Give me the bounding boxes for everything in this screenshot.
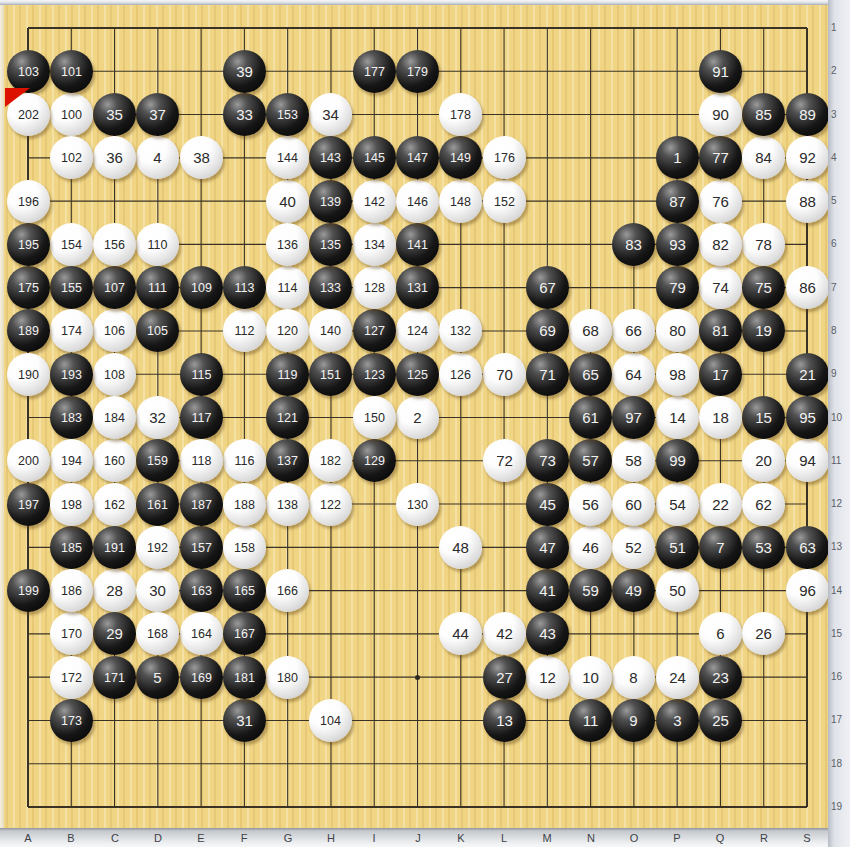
move-number: 161 [147, 498, 168, 512]
stone-white[interactable]: 40 [266, 180, 309, 223]
stone-black[interactable]: 61 [569, 396, 612, 439]
row-label: 14 [831, 585, 849, 597]
stone-black[interactable]: 135 [309, 223, 352, 266]
move-number: 81 [712, 322, 729, 339]
stone-white[interactable]: 38 [180, 136, 223, 179]
move-number: 122 [320, 498, 341, 512]
stone-black[interactable]: 183 [50, 396, 93, 439]
move-number: 174 [61, 324, 82, 338]
stone-black[interactable]: 35 [93, 93, 136, 136]
stone-black[interactable]: 147 [396, 136, 439, 179]
move-number: 43 [539, 625, 556, 642]
stone-black[interactable]: 109 [180, 266, 223, 309]
stone-white[interactable]: 144 [266, 136, 309, 179]
move-number: 51 [669, 539, 686, 556]
stone-black[interactable]: 105 [136, 309, 179, 352]
stone-white[interactable]: 98 [656, 353, 699, 396]
stone-black[interactable]: 7 [699, 526, 742, 569]
stone-black[interactable]: 171 [93, 656, 136, 699]
stone-black[interactable]: 41 [526, 569, 569, 612]
column-label: R [754, 830, 774, 846]
move-number: 167 [234, 627, 255, 641]
stone-black[interactable]: 131 [396, 266, 439, 309]
move-number: 112 [235, 324, 255, 338]
stone-white[interactable]: 60 [612, 483, 655, 526]
stone-black[interactable]: 93 [656, 223, 699, 266]
stone-white[interactable]: 122 [309, 483, 352, 526]
stone-black[interactable]: 81 [699, 309, 742, 352]
stone-white[interactable]: 44 [439, 612, 482, 655]
stone-white[interactable]: 142 [353, 180, 396, 223]
stone-white[interactable]: 58 [612, 439, 655, 482]
move-number: 149 [450, 151, 471, 165]
stone-black[interactable]: 173 [50, 699, 93, 742]
move-number: 10 [582, 669, 599, 686]
stone-black[interactable]: 193 [50, 353, 93, 396]
move-number: 95 [799, 409, 816, 426]
stone-white[interactable]: 22 [699, 483, 742, 526]
stone-white[interactable]: 200 [7, 439, 50, 482]
move-number: 163 [191, 584, 212, 598]
stone-white[interactable]: 12 [526, 656, 569, 699]
stone-white[interactable]: 132 [439, 309, 482, 352]
stone-black[interactable]: 141 [396, 223, 439, 266]
stone-white[interactable]: 146 [396, 180, 439, 223]
move-number: 126 [450, 368, 471, 382]
last-move-marker [5, 88, 30, 107]
move-number: 138 [277, 498, 298, 512]
stone-black[interactable]: 113 [223, 266, 266, 309]
move-number: 77 [712, 149, 729, 166]
move-number: 56 [582, 496, 599, 513]
stone-white[interactable]: 86 [786, 266, 829, 309]
stone-white[interactable]: 74 [699, 266, 742, 309]
move-number: 156 [104, 238, 125, 252]
move-number: 194 [61, 454, 82, 468]
stone-black[interactable]: 11 [569, 699, 612, 742]
move-number: 32 [149, 409, 166, 426]
stone-white[interactable]: 160 [93, 439, 136, 482]
stone-black[interactable]: 157 [180, 526, 223, 569]
stone-white[interactable]: 62 [742, 483, 785, 526]
stone-black[interactable]: 155 [50, 266, 93, 309]
move-number: 25 [712, 712, 729, 729]
stone-black[interactable]: 119 [266, 353, 309, 396]
stone-black[interactable]: 107 [93, 266, 136, 309]
stone-white[interactable]: 176 [483, 136, 526, 179]
move-number: 54 [669, 496, 686, 513]
stone-white[interactable]: 150 [353, 396, 396, 439]
move-number: 152 [494, 195, 515, 209]
stone-white[interactable]: 78 [742, 223, 785, 266]
move-number: 109 [191, 281, 212, 295]
stone-white[interactable]: 168 [136, 612, 179, 655]
move-number: 157 [191, 541, 212, 555]
stone-white[interactable]: 2 [396, 396, 439, 439]
move-number: 15 [755, 409, 772, 426]
move-number: 27 [496, 669, 513, 686]
stone-black[interactable]: 167 [223, 612, 266, 655]
stone-black[interactable]: 23 [699, 656, 742, 699]
stone-black[interactable]: 9 [612, 699, 655, 742]
go-board[interactable]: 1234567891011121314151718192021222324252… [0, 0, 828, 828]
move-number: 192 [147, 541, 168, 555]
stone-black[interactable]: 99 [656, 439, 699, 482]
stone-black[interactable]: 15 [742, 396, 785, 439]
stone-white[interactable]: 118 [180, 439, 223, 482]
move-number: 136 [277, 238, 298, 252]
move-number: 200 [18, 454, 39, 468]
stone-white[interactable]: 18 [699, 396, 742, 439]
stone-white[interactable]: 8 [612, 656, 655, 699]
move-number: 60 [625, 496, 642, 513]
stone-white[interactable]: 140 [309, 309, 352, 352]
stone-white[interactable]: 14 [656, 396, 699, 439]
move-number: 39 [236, 63, 253, 80]
move-number: 108 [104, 368, 125, 382]
stone-white[interactable]: 42 [483, 612, 526, 655]
move-number: 132 [450, 324, 471, 338]
stone-white[interactable]: 92 [786, 136, 829, 179]
stone-black[interactable]: 27 [483, 656, 526, 699]
move-number: 179 [407, 65, 428, 79]
stone-black[interactable]: 89 [786, 93, 829, 136]
stone-white[interactable]: 36 [93, 136, 136, 179]
stone-black[interactable]: 111 [136, 266, 179, 309]
move-number: 115 [192, 368, 212, 382]
stone-black[interactable]: 115 [180, 353, 223, 396]
stone-white[interactable]: 198 [50, 483, 93, 526]
stone-black[interactable]: 129 [353, 439, 396, 482]
move-number: 165 [234, 584, 255, 598]
move-number: 160 [104, 454, 125, 468]
stone-white[interactable]: 52 [612, 526, 655, 569]
move-number: 171 [104, 671, 125, 685]
stone-white[interactable]: 182 [309, 439, 352, 482]
move-number: 113 [235, 281, 255, 295]
stone-white[interactable]: 172 [50, 656, 93, 699]
stone-white[interactable]: 64 [612, 353, 655, 396]
move-number: 7 [716, 539, 724, 556]
stone-black[interactable]: 53 [742, 526, 785, 569]
move-number: 193 [61, 368, 82, 382]
move-number: 169 [191, 671, 212, 685]
move-number: 63 [799, 539, 816, 556]
stone-black[interactable]: 195 [7, 223, 50, 266]
move-number: 34 [322, 106, 339, 123]
stone-black[interactable]: 191 [93, 526, 136, 569]
move-number: 144 [277, 151, 298, 165]
stone-black[interactable]: 67 [526, 266, 569, 309]
stone-black[interactable]: 49 [612, 569, 655, 612]
move-number: 19 [755, 322, 772, 339]
move-number: 85 [755, 106, 772, 123]
stone-black[interactable]: 31 [223, 699, 266, 742]
stone-white[interactable]: 76 [699, 180, 742, 223]
stone-black[interactable]: 145 [353, 136, 396, 179]
stone-black[interactable]: 117 [180, 396, 223, 439]
stone-white[interactable]: 162 [93, 483, 136, 526]
stone-white[interactable]: 110 [136, 223, 179, 266]
move-number: 186 [61, 584, 82, 598]
stone-black[interactable]: 37 [136, 93, 179, 136]
stone-black[interactable]: 21 [786, 353, 829, 396]
stone-white[interactable]: 188 [223, 483, 266, 526]
stone-black[interactable]: 79 [656, 266, 699, 309]
move-number: 110 [148, 238, 168, 252]
stone-white[interactable]: 138 [266, 483, 309, 526]
stone-white[interactable]: 88 [786, 180, 829, 223]
stone-white[interactable]: 84 [742, 136, 785, 179]
stone-black[interactable]: 153 [266, 93, 309, 136]
stone-black[interactable]: 163 [180, 569, 223, 612]
move-number: 129 [364, 454, 385, 468]
move-number: 177 [364, 65, 385, 79]
stone-black[interactable]: 175 [7, 266, 50, 309]
move-number: 198 [61, 498, 82, 512]
stone-black[interactable]: 127 [353, 309, 396, 352]
stone-white[interactable]: 126 [439, 353, 482, 396]
stone-white[interactable]: 152 [483, 180, 526, 223]
move-number: 155 [61, 281, 82, 295]
left-edge-strip [0, 5, 4, 828]
stone-black[interactable]: 91 [699, 50, 742, 93]
move-number: 48 [452, 539, 469, 556]
stone-white[interactable]: 174 [50, 309, 93, 352]
stone-black[interactable]: 59 [569, 569, 612, 612]
stone-black[interactable]: 29 [93, 612, 136, 655]
stone-black[interactable]: 185 [50, 526, 93, 569]
stone-black[interactable]: 137 [266, 439, 309, 482]
move-number: 158 [234, 541, 255, 555]
stone-white[interactable]: 102 [50, 136, 93, 179]
stone-white[interactable]: 28 [93, 569, 136, 612]
stone-black[interactable]: 47 [526, 526, 569, 569]
move-number: 148 [450, 195, 471, 209]
stone-black[interactable]: 187 [180, 483, 223, 526]
stone-white[interactable]: 108 [93, 353, 136, 396]
stone-black[interactable]: 77 [699, 136, 742, 179]
stone-black[interactable]: 25 [699, 699, 742, 742]
stone-white[interactable]: 130 [396, 483, 439, 526]
stone-white[interactable]: 178 [439, 93, 482, 136]
stone-white[interactable]: 104 [309, 699, 352, 742]
stone-black[interactable]: 45 [526, 483, 569, 526]
stone-white[interactable]: 48 [439, 526, 482, 569]
move-number: 80 [669, 322, 686, 339]
move-number: 61 [582, 409, 599, 426]
stone-black[interactable]: 165 [223, 569, 266, 612]
move-number: 151 [320, 368, 341, 382]
stone-white[interactable]: 156 [93, 223, 136, 266]
stone-black[interactable]: 87 [656, 180, 699, 223]
stone-black[interactable]: 17 [699, 353, 742, 396]
stone-black[interactable]: 71 [526, 353, 569, 396]
move-number: 37 [149, 106, 166, 123]
stone-black[interactable]: 169 [180, 656, 223, 699]
stone-white[interactable]: 96 [786, 569, 829, 612]
stone-white[interactable]: 184 [93, 396, 136, 439]
move-number: 175 [18, 281, 39, 295]
stone-white[interactable]: 100 [50, 93, 93, 136]
row-label: 8 [831, 325, 849, 337]
move-number: 89 [799, 106, 816, 123]
move-number: 11 [583, 712, 599, 729]
stone-white[interactable]: 20 [742, 439, 785, 482]
stone-black[interactable]: 101 [50, 50, 93, 93]
move-number: 97 [625, 409, 642, 426]
stone-black[interactable]: 161 [136, 483, 179, 526]
stone-black[interactable]: 179 [396, 50, 439, 93]
stone-white[interactable]: 124 [396, 309, 439, 352]
stone-white[interactable]: 116 [223, 439, 266, 482]
move-number: 107 [104, 281, 125, 295]
stone-black[interactable]: 3 [656, 699, 699, 742]
move-number: 66 [625, 322, 642, 339]
move-number: 44 [452, 625, 469, 642]
stone-black[interactable]: 43 [526, 612, 569, 655]
move-number: 83 [625, 236, 642, 253]
stone-white[interactable]: 24 [656, 656, 699, 699]
stone-white[interactable]: 70 [483, 353, 526, 396]
stone-black[interactable]: 199 [7, 569, 50, 612]
move-number: 164 [191, 627, 212, 641]
stone-black[interactable]: 33 [223, 93, 266, 136]
move-number: 49 [625, 582, 642, 599]
stone-black[interactable]: 177 [353, 50, 396, 93]
stone-white[interactable]: 68 [569, 309, 612, 352]
stone-black[interactable]: 181 [223, 656, 266, 699]
move-number: 181 [234, 671, 255, 685]
move-number: 36 [106, 149, 123, 166]
row-label: 9 [831, 368, 849, 380]
stone-white[interactable]: 72 [483, 439, 526, 482]
stone-white[interactable]: 50 [656, 569, 699, 612]
stone-black[interactable]: 39 [223, 50, 266, 93]
stone-white[interactable]: 128 [353, 266, 396, 309]
stone-black[interactable]: 65 [569, 353, 612, 396]
move-number: 187 [191, 498, 212, 512]
stone-white[interactable]: 194 [50, 439, 93, 482]
column-label: P [667, 830, 687, 846]
stone-white[interactable]: 114 [266, 266, 309, 309]
stone-white[interactable]: 66 [612, 309, 655, 352]
stone-black[interactable]: 19 [742, 309, 785, 352]
stone-white[interactable]: 180 [266, 656, 309, 699]
stone-white[interactable]: 94 [786, 439, 829, 482]
column-label: E [191, 830, 211, 846]
move-number: 188 [234, 498, 255, 512]
stone-white[interactable]: 80 [656, 309, 699, 352]
stone-white[interactable]: 32 [136, 396, 179, 439]
stone-black[interactable]: 63 [786, 526, 829, 569]
stone-white[interactable]: 154 [50, 223, 93, 266]
stone-white[interactable]: 120 [266, 309, 309, 352]
stone-white[interactable]: 10 [569, 656, 612, 699]
stone-black[interactable]: 83 [612, 223, 655, 266]
move-number: 180 [277, 671, 298, 685]
move-number: 26 [755, 625, 772, 642]
stone-white[interactable]: 46 [569, 526, 612, 569]
move-number: 6 [716, 625, 724, 642]
stone-black[interactable]: 13 [483, 699, 526, 742]
stone-white[interactable]: 196 [7, 180, 50, 223]
stone-black[interactable]: 139 [309, 180, 352, 223]
move-number: 90 [712, 106, 729, 123]
stone-white[interactable]: 158 [223, 526, 266, 569]
stone-black[interactable]: 57 [569, 439, 612, 482]
move-number: 3 [673, 712, 681, 729]
stone-white[interactable]: 170 [50, 612, 93, 655]
stone-white[interactable]: 148 [439, 180, 482, 223]
stone-black[interactable]: 97 [612, 396, 655, 439]
stone-black[interactable]: 95 [786, 396, 829, 439]
stone-black[interactable]: 1 [656, 136, 699, 179]
stone-white[interactable]: 30 [136, 569, 179, 612]
stone-white[interactable]: 136 [266, 223, 309, 266]
move-number: 142 [364, 195, 385, 209]
move-number: 22 [712, 496, 729, 513]
move-number: 103 [18, 65, 39, 79]
stone-white[interactable]: 186 [50, 569, 93, 612]
stone-white[interactable]: 34 [309, 93, 352, 136]
stone-black[interactable]: 5 [136, 656, 179, 699]
stone-white[interactable]: 4 [136, 136, 179, 179]
move-number: 74 [712, 279, 729, 296]
stone-black[interactable]: 159 [136, 439, 179, 482]
stone-black[interactable]: 189 [7, 309, 50, 352]
stone-black[interactable]: 69 [526, 309, 569, 352]
stone-black[interactable]: 85 [742, 93, 785, 136]
stone-white[interactable]: 190 [7, 353, 50, 396]
stone-black[interactable]: 51 [656, 526, 699, 569]
stone-white[interactable]: 164 [180, 612, 223, 655]
move-number: 68 [582, 322, 599, 339]
stone-black[interactable]: 151 [309, 353, 352, 396]
stone-black[interactable]: 143 [309, 136, 352, 179]
stone-white[interactable]: 82 [699, 223, 742, 266]
move-number: 139 [320, 195, 341, 209]
stone-white[interactable]: 90 [699, 93, 742, 136]
stone-white[interactable]: 56 [569, 483, 612, 526]
move-number: 73 [539, 452, 556, 469]
move-number: 41 [539, 582, 556, 599]
stone-black[interactable]: 103 [7, 50, 50, 93]
stone-black[interactable]: 149 [439, 136, 482, 179]
move-number: 147 [407, 151, 428, 165]
column-label: F [234, 830, 254, 846]
stone-black[interactable]: 133 [309, 266, 352, 309]
stone-white[interactable]: 134 [353, 223, 396, 266]
move-number: 102 [61, 151, 82, 165]
move-number: 135 [320, 238, 341, 252]
stone-white[interactable]: 6 [699, 612, 742, 655]
move-number: 88 [799, 193, 816, 210]
stone-white[interactable]: 54 [656, 483, 699, 526]
stone-black[interactable]: 125 [396, 353, 439, 396]
stone-black[interactable]: 73 [526, 439, 569, 482]
stone-black[interactable]: 121 [266, 396, 309, 439]
stone-white[interactable]: 106 [93, 309, 136, 352]
stone-white[interactable]: 192 [136, 526, 179, 569]
stone-white[interactable]: 166 [266, 569, 309, 612]
stone-black[interactable]: 123 [353, 353, 396, 396]
stone-white[interactable]: 26 [742, 612, 785, 655]
stone-black[interactable]: 75 [742, 266, 785, 309]
move-number: 1 [673, 149, 681, 166]
stone-black[interactable]: 197 [7, 483, 50, 526]
stone-white[interactable]: 112 [223, 309, 266, 352]
